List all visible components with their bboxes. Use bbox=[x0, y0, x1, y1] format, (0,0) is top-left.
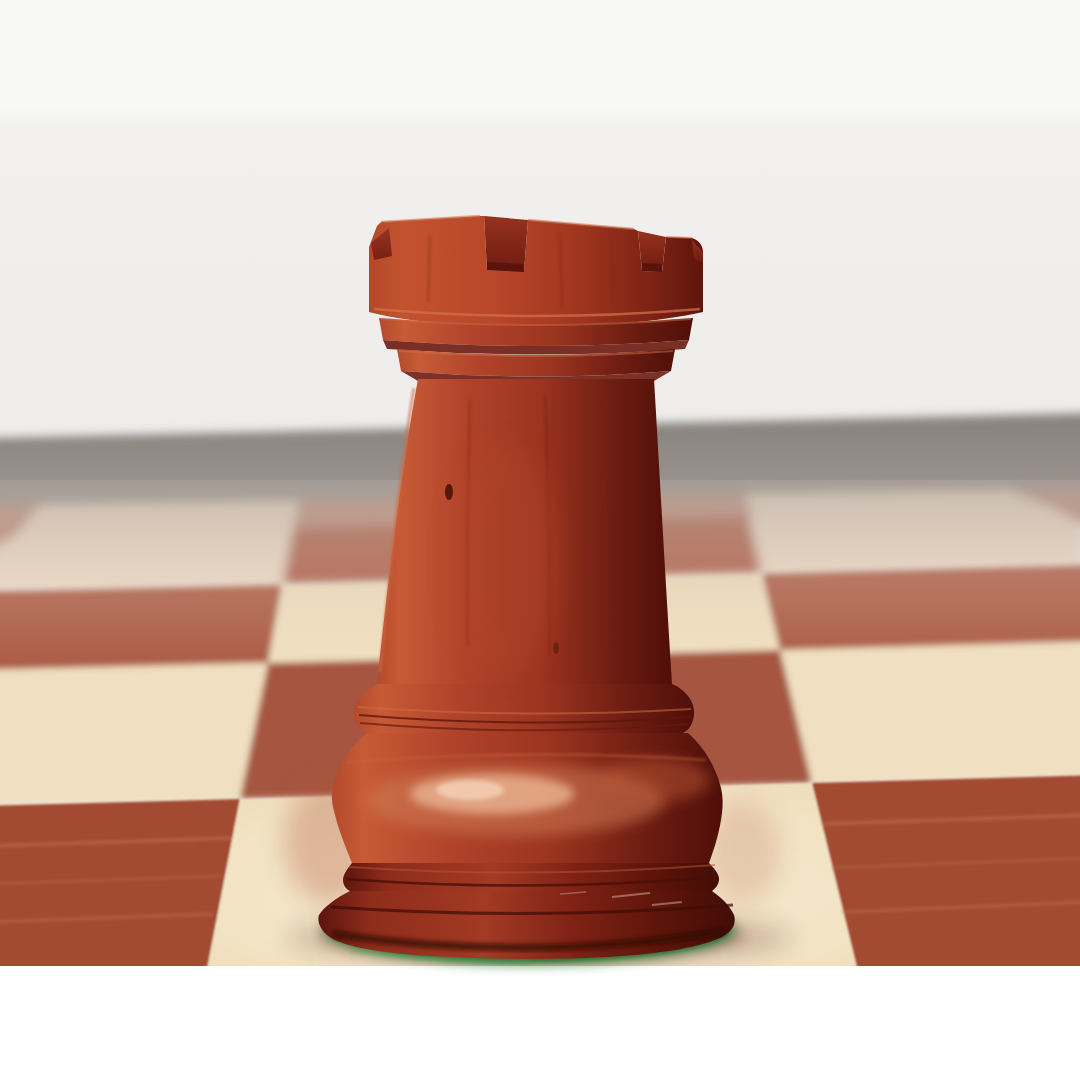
white-bottom-margin bbox=[0, 966, 1080, 1080]
board-square bbox=[780, 641, 1080, 783]
board-square bbox=[0, 663, 268, 806]
rook-bead-ring bbox=[354, 684, 694, 733]
product-photo bbox=[0, 0, 1080, 1080]
notch-floor-shadow bbox=[642, 263, 662, 272]
waist-ledge bbox=[343, 863, 719, 891]
wood-knot bbox=[553, 642, 559, 654]
board-square bbox=[0, 799, 240, 980]
chess-scene bbox=[0, 0, 1080, 1080]
wood-knot bbox=[445, 484, 453, 500]
rook-base bbox=[318, 863, 734, 959]
